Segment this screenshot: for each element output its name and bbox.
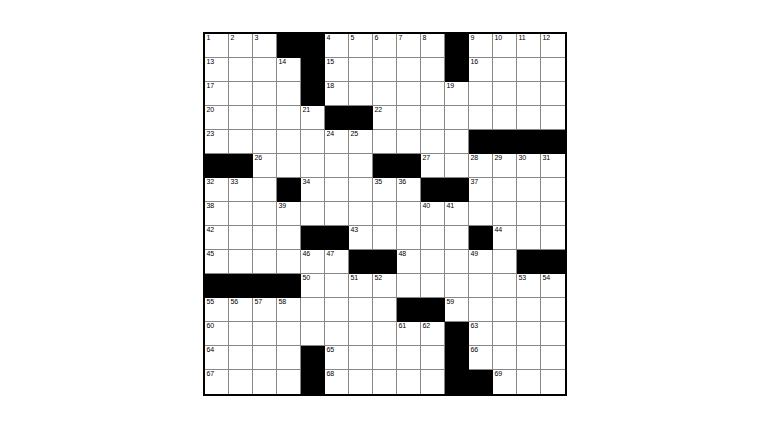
clue-number: 58: [279, 298, 286, 307]
cell-r9c14[interactable]: [517, 226, 541, 250]
clue-number: 41: [447, 202, 454, 211]
cell-r11c12[interactable]: [469, 274, 493, 298]
cell-r7c5[interactable]: 34: [301, 178, 325, 202]
cell-r13c7[interactable]: [349, 322, 373, 346]
clue-number: 23: [207, 130, 214, 139]
cell-r3c3[interactable]: [253, 82, 277, 106]
cell-r8c13[interactable]: [493, 202, 517, 226]
cell-r5c15: [541, 130, 565, 154]
cell-r7c13[interactable]: [493, 178, 517, 202]
cell-r15c5: [301, 370, 325, 394]
cell-r15c13[interactable]: 69: [493, 370, 517, 394]
cell-r9c8[interactable]: [373, 226, 397, 250]
cell-r13c15[interactable]: [541, 322, 565, 346]
cell-r9c1[interactable]: 42: [205, 226, 229, 250]
cell-r1c15[interactable]: 12: [541, 34, 565, 58]
cell-r13c8[interactable]: [373, 322, 397, 346]
cell-r7c3[interactable]: [253, 178, 277, 202]
cell-r7c2[interactable]: 33: [229, 178, 253, 202]
cell-r14c14[interactable]: [517, 346, 541, 370]
cell-r10c5[interactable]: 46: [301, 250, 325, 274]
cell-r3c8[interactable]: [373, 82, 397, 106]
cell-r5c7[interactable]: 25: [349, 130, 373, 154]
clue-number: 7: [399, 34, 403, 43]
clue-number: 66: [471, 346, 478, 355]
cell-r7c11: [445, 178, 469, 202]
cell-r2c10[interactable]: [421, 58, 445, 82]
cell-r4c5[interactable]: 21: [301, 106, 325, 130]
cell-r1c9[interactable]: 7: [397, 34, 421, 58]
clue-number: 24: [327, 130, 334, 139]
cell-r1c14[interactable]: 11: [517, 34, 541, 58]
cell-r13c4[interactable]: [277, 322, 301, 346]
cell-r2c2[interactable]: [229, 58, 253, 82]
cell-r6c13[interactable]: 29: [493, 154, 517, 178]
clue-number: 18: [327, 82, 334, 91]
clue-number: 11: [519, 34, 526, 43]
cell-r7c14[interactable]: [517, 178, 541, 202]
cell-r13c11: [445, 322, 469, 346]
cell-r1c13[interactable]: 10: [493, 34, 517, 58]
cell-r8c8[interactable]: [373, 202, 397, 226]
cell-r7c12[interactable]: 37: [469, 178, 493, 202]
cell-r15c15[interactable]: [541, 370, 565, 394]
clue-number: 26: [255, 154, 262, 163]
clue-number: 25: [351, 130, 358, 139]
cell-r13c1[interactable]: 60: [205, 322, 229, 346]
cell-r14c8[interactable]: [373, 346, 397, 370]
clue-number: 3: [255, 34, 259, 43]
cell-r3c9[interactable]: [397, 82, 421, 106]
cell-r6c4[interactable]: [277, 154, 301, 178]
clue-number: 55: [207, 298, 214, 307]
cell-r8c4[interactable]: 39: [277, 202, 301, 226]
cell-r1c3[interactable]: 3: [253, 34, 277, 58]
clue-number: 31: [543, 154, 550, 163]
cell-r10c8: [373, 250, 397, 274]
cell-r1c10[interactable]: 8: [421, 34, 445, 58]
clue-number: 22: [375, 106, 382, 115]
cell-r9c15[interactable]: [541, 226, 565, 250]
clue-number: 37: [471, 178, 478, 187]
clue-number: 68: [327, 370, 334, 379]
cell-r12c15[interactable]: [541, 298, 565, 322]
clue-number: 40: [423, 202, 430, 211]
cell-r11c1: [205, 274, 229, 298]
clue-number: 69: [495, 370, 502, 379]
clue-number: 56: [231, 298, 238, 307]
clue-number: 21: [303, 106, 310, 115]
cell-r11c3: [253, 274, 277, 298]
cell-r8c2[interactable]: [229, 202, 253, 226]
cell-r15c6[interactable]: 68: [325, 370, 349, 394]
clue-number: 35: [375, 178, 382, 187]
cell-r11c2: [229, 274, 253, 298]
cell-r6c14[interactable]: 30: [517, 154, 541, 178]
clue-number: 13: [207, 58, 214, 67]
cell-r6c7[interactable]: [349, 154, 373, 178]
cell-r12c11[interactable]: 59: [445, 298, 469, 322]
cell-r4c6: [325, 106, 349, 130]
cell-r13c10[interactable]: 62: [421, 322, 445, 346]
cell-r5c11[interactable]: [445, 130, 469, 154]
cell-r15c14[interactable]: [517, 370, 541, 394]
cell-r11c4: [277, 274, 301, 298]
cell-r15c4[interactable]: [277, 370, 301, 394]
cell-r2c7[interactable]: [349, 58, 373, 82]
cell-r5c13: [493, 130, 517, 154]
cell-r8c9[interactable]: [397, 202, 421, 226]
cell-r2c14[interactable]: [517, 58, 541, 82]
cell-r15c3[interactable]: [253, 370, 277, 394]
page: 1234567891011121314151617181920212223242…: [0, 0, 768, 432]
cell-r12c12[interactable]: [469, 298, 493, 322]
cell-r13c9[interactable]: 61: [397, 322, 421, 346]
clue-number: 53: [519, 274, 526, 283]
clue-number: 47: [327, 250, 334, 259]
clue-number: 14: [279, 58, 286, 67]
cell-r9c12: [469, 226, 493, 250]
clue-number: 32: [207, 178, 214, 187]
cell-r9c13[interactable]: 44: [493, 226, 517, 250]
clue-number: 8: [423, 34, 427, 43]
cell-r11c14[interactable]: 53: [517, 274, 541, 298]
cell-r2c3[interactable]: [253, 58, 277, 82]
clue-number: 59: [447, 298, 454, 307]
cell-r10c7: [349, 250, 373, 274]
cell-r15c1[interactable]: 67: [205, 370, 229, 394]
clue-number: 64: [207, 346, 214, 355]
cell-r4c12[interactable]: [469, 106, 493, 130]
cell-r14c6[interactable]: 65: [325, 346, 349, 370]
cell-r12c8[interactable]: [373, 298, 397, 322]
cell-r1c2[interactable]: 2: [229, 34, 253, 58]
clue-number: 15: [327, 58, 334, 67]
cell-r6c10[interactable]: 27: [421, 154, 445, 178]
cell-r2c13[interactable]: [493, 58, 517, 82]
clue-number: 30: [519, 154, 526, 163]
clue-number: 38: [207, 202, 214, 211]
cell-r12c10: [421, 298, 445, 322]
cell-r14c5: [301, 346, 325, 370]
cell-r2c6[interactable]: 15: [325, 58, 349, 82]
cell-r7c9[interactable]: 36: [397, 178, 421, 202]
cell-r3c1[interactable]: 17: [205, 82, 229, 106]
cell-r10c2[interactable]: [229, 250, 253, 274]
cell-r1c5: [301, 34, 325, 58]
clue-number: 29: [495, 154, 502, 163]
cell-r7c15[interactable]: [541, 178, 565, 202]
cell-r2c8[interactable]: [373, 58, 397, 82]
cell-r15c10[interactable]: [421, 370, 445, 394]
cell-r2c11: [445, 58, 469, 82]
cell-r5c10[interactable]: [421, 130, 445, 154]
cell-r4c13[interactable]: [493, 106, 517, 130]
clue-number: 50: [303, 274, 310, 283]
cell-r4c4[interactable]: [277, 106, 301, 130]
cell-r3c14[interactable]: [517, 82, 541, 106]
cell-r12c3[interactable]: 57: [253, 298, 277, 322]
cell-r14c4[interactable]: [277, 346, 301, 370]
cell-r5c9[interactable]: [397, 130, 421, 154]
clue-number: 36: [399, 178, 406, 187]
clue-number: 20: [207, 106, 214, 115]
clue-number: 51: [351, 274, 358, 283]
cell-r12c9: [397, 298, 421, 322]
clue-number: 6: [375, 34, 379, 43]
cell-r6c1: [205, 154, 229, 178]
cell-r3c12[interactable]: [469, 82, 493, 106]
clue-number: 46: [303, 250, 310, 259]
cell-r3c10[interactable]: [421, 82, 445, 106]
cell-r10c10[interactable]: [421, 250, 445, 274]
cell-r4c7: [349, 106, 373, 130]
cell-r5c4[interactable]: [277, 130, 301, 154]
cell-r9c11[interactable]: [445, 226, 469, 250]
cell-r10c11[interactable]: [445, 250, 469, 274]
cell-r5c3[interactable]: [253, 130, 277, 154]
clue-number: 12: [543, 34, 550, 43]
cell-r15c8[interactable]: [373, 370, 397, 394]
cell-r5c14: [517, 130, 541, 154]
cell-r12c1[interactable]: 55: [205, 298, 229, 322]
cell-r9c2[interactable]: [229, 226, 253, 250]
cell-r1c8[interactable]: 6: [373, 34, 397, 58]
cell-r6c8: [373, 154, 397, 178]
clue-number: 61: [399, 322, 406, 331]
cell-r1c6[interactable]: 4: [325, 34, 349, 58]
cell-r6c6[interactable]: [325, 154, 349, 178]
cell-r7c7[interactable]: [349, 178, 373, 202]
cell-r6c3[interactable]: 26: [253, 154, 277, 178]
clue-number: 27: [423, 154, 430, 163]
cell-r10c3[interactable]: [253, 250, 277, 274]
cell-r5c6[interactable]: 24: [325, 130, 349, 154]
cell-r5c12: [469, 130, 493, 154]
cell-r7c10: [421, 178, 445, 202]
clue-number: 57: [255, 298, 262, 307]
cell-r10c4[interactable]: [277, 250, 301, 274]
clue-number: 33: [231, 178, 238, 187]
cell-r11c13[interactable]: [493, 274, 517, 298]
clue-number: 44: [495, 226, 502, 235]
cell-r14c12[interactable]: 66: [469, 346, 493, 370]
cell-r6c2: [229, 154, 253, 178]
cell-r14c11: [445, 346, 469, 370]
crossword-grid: 1234567891011121314151617181920212223242…: [203, 32, 567, 396]
cell-r10c9[interactable]: 48: [397, 250, 421, 274]
clue-number: 43: [351, 226, 358, 235]
cell-r13c6[interactable]: [325, 322, 349, 346]
cell-r7c8[interactable]: 35: [373, 178, 397, 202]
cell-r6c9: [397, 154, 421, 178]
cell-r10c14: [517, 250, 541, 274]
cell-r15c9[interactable]: [397, 370, 421, 394]
cell-r4c9[interactable]: [397, 106, 421, 130]
cell-r11c9[interactable]: [397, 274, 421, 298]
cell-r10c1[interactable]: 45: [205, 250, 229, 274]
clue-number: 16: [471, 58, 478, 67]
cell-r8c15[interactable]: [541, 202, 565, 226]
clue-number: 49: [471, 250, 478, 259]
cell-r1c11: [445, 34, 469, 58]
cell-r8c11[interactable]: 41: [445, 202, 469, 226]
cell-r2c15[interactable]: [541, 58, 565, 82]
clue-number: 63: [471, 322, 478, 331]
clue-number: 45: [207, 250, 214, 259]
cell-r2c5: [301, 58, 325, 82]
cell-r3c5: [301, 82, 325, 106]
cell-r2c4[interactable]: 14: [277, 58, 301, 82]
clue-number: 42: [207, 226, 214, 235]
cell-r4c14[interactable]: [517, 106, 541, 130]
cell-r3c4[interactable]: [277, 82, 301, 106]
clue-number: 9: [471, 34, 475, 43]
cell-r3c15[interactable]: [541, 82, 565, 106]
clue-number: 34: [303, 178, 310, 187]
cell-r3c11[interactable]: 19: [445, 82, 469, 106]
cell-r13c12[interactable]: 63: [469, 322, 493, 346]
cell-r9c3[interactable]: [253, 226, 277, 250]
cell-r6c15[interactable]: 31: [541, 154, 565, 178]
cell-r12c2[interactable]: 56: [229, 298, 253, 322]
cell-r14c3[interactable]: [253, 346, 277, 370]
cell-r15c2[interactable]: [229, 370, 253, 394]
cell-r13c2[interactable]: [229, 322, 253, 346]
cell-r4c15[interactable]: [541, 106, 565, 130]
cell-r1c4: [277, 34, 301, 58]
cell-r3c6[interactable]: 18: [325, 82, 349, 106]
cell-r5c8[interactable]: [373, 130, 397, 154]
cell-r1c12[interactable]: 9: [469, 34, 493, 58]
cell-r8c5[interactable]: [301, 202, 325, 226]
cell-r6c5[interactable]: [301, 154, 325, 178]
cell-r14c2[interactable]: [229, 346, 253, 370]
cell-r8c14[interactable]: [517, 202, 541, 226]
cell-r3c7[interactable]: [349, 82, 373, 106]
cell-r11c11[interactable]: [445, 274, 469, 298]
cell-r2c9[interactable]: [397, 58, 421, 82]
cell-r7c1[interactable]: 32: [205, 178, 229, 202]
cell-r12c6[interactable]: [325, 298, 349, 322]
cell-r1c7[interactable]: 5: [349, 34, 373, 58]
cell-r12c7[interactable]: [349, 298, 373, 322]
cell-r13c3[interactable]: [253, 322, 277, 346]
cell-r14c10[interactable]: [421, 346, 445, 370]
cell-r3c13[interactable]: [493, 82, 517, 106]
cell-r14c7[interactable]: [349, 346, 373, 370]
cell-r8c6[interactable]: [325, 202, 349, 226]
cell-r10c6[interactable]: 47: [325, 250, 349, 274]
cell-r10c12[interactable]: 49: [469, 250, 493, 274]
cell-r4c11[interactable]: [445, 106, 469, 130]
cell-r4c10[interactable]: [421, 106, 445, 130]
cell-r15c12: [469, 370, 493, 394]
cell-r8c3[interactable]: [253, 202, 277, 226]
cell-r4c1[interactable]: 20: [205, 106, 229, 130]
clue-number: 19: [447, 82, 454, 91]
cell-r12c13[interactable]: [493, 298, 517, 322]
clue-number: 39: [279, 202, 286, 211]
cell-r9c9[interactable]: [397, 226, 421, 250]
clue-number: 54: [543, 274, 550, 283]
clue-number: 28: [471, 154, 478, 163]
cell-r11c7[interactable]: 51: [349, 274, 373, 298]
cell-r5c2[interactable]: [229, 130, 253, 154]
cell-r9c5: [301, 226, 325, 250]
clue-number: 4: [327, 34, 331, 43]
cell-r12c5[interactable]: [301, 298, 325, 322]
cell-r2c1[interactable]: 13: [205, 58, 229, 82]
cell-r6c12[interactable]: 28: [469, 154, 493, 178]
cell-r12c4[interactable]: 58: [277, 298, 301, 322]
cell-r4c8[interactable]: 22: [373, 106, 397, 130]
clue-number: 60: [207, 322, 214, 331]
cell-r14c1[interactable]: 64: [205, 346, 229, 370]
clue-number: 10: [495, 34, 502, 43]
cell-r12c14[interactable]: [517, 298, 541, 322]
clue-number: 52: [375, 274, 382, 283]
cell-r11c5[interactable]: 50: [301, 274, 325, 298]
clue-number: 2: [231, 34, 235, 43]
cell-r14c13[interactable]: [493, 346, 517, 370]
cell-r9c7[interactable]: 43: [349, 226, 373, 250]
cell-r6c11[interactable]: [445, 154, 469, 178]
clue-number: 65: [327, 346, 334, 355]
clue-number: 1: [207, 34, 211, 43]
clue-number: 62: [423, 322, 430, 331]
cell-r4c2[interactable]: [229, 106, 253, 130]
clue-number: 48: [399, 250, 406, 259]
cell-r11c15[interactable]: 54: [541, 274, 565, 298]
cell-r9c4[interactable]: [277, 226, 301, 250]
cell-r10c15: [541, 250, 565, 274]
cell-r15c7[interactable]: [349, 370, 373, 394]
cell-r3c2[interactable]: [229, 82, 253, 106]
cell-r13c14[interactable]: [517, 322, 541, 346]
cell-r7c4: [277, 178, 301, 202]
cell-r9c6: [325, 226, 349, 250]
cell-r10c13[interactable]: [493, 250, 517, 274]
clue-number: 5: [351, 34, 355, 43]
cell-r11c10[interactable]: [421, 274, 445, 298]
cell-r4c3[interactable]: [253, 106, 277, 130]
cell-r8c12[interactable]: [469, 202, 493, 226]
cell-r8c7[interactable]: [349, 202, 373, 226]
cell-r14c15[interactable]: [541, 346, 565, 370]
cell-r8c1[interactable]: 38: [205, 202, 229, 226]
cell-r8c10[interactable]: 40: [421, 202, 445, 226]
cell-r2c12[interactable]: 16: [469, 58, 493, 82]
cell-r7c6[interactable]: [325, 178, 349, 202]
cell-r9c10[interactable]: [421, 226, 445, 250]
clue-number: 17: [207, 82, 214, 91]
cell-r5c5[interactable]: [301, 130, 325, 154]
cell-r15c11: [445, 370, 469, 394]
cell-r13c13[interactable]: [493, 322, 517, 346]
cell-r5c1[interactable]: 23: [205, 130, 229, 154]
cell-r13c5[interactable]: [301, 322, 325, 346]
cell-r11c8[interactable]: 52: [373, 274, 397, 298]
cell-r11c6[interactable]: [325, 274, 349, 298]
clue-number: 67: [207, 370, 214, 379]
cell-r1c1[interactable]: 1: [205, 34, 229, 58]
cell-r14c9[interactable]: [397, 346, 421, 370]
